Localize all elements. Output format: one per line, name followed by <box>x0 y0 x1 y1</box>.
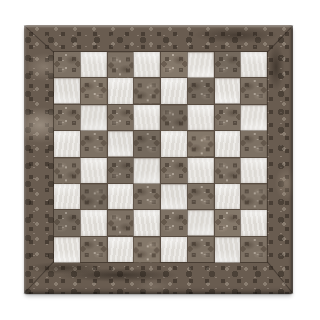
square-e6[interactable] <box>161 105 187 130</box>
square-d7[interactable] <box>134 78 160 103</box>
square-d1[interactable] <box>134 237 160 262</box>
square-b5[interactable] <box>81 131 107 156</box>
square-f6[interactable] <box>188 105 214 130</box>
square-c3[interactable] <box>108 184 134 209</box>
square-g3[interactable] <box>215 184 241 209</box>
square-a6[interactable] <box>54 105 80 130</box>
square-d4[interactable] <box>134 158 160 183</box>
frame-miter-seam-top-right <box>266 25 293 53</box>
square-e5[interactable] <box>161 131 187 156</box>
square-a4[interactable] <box>54 158 80 183</box>
square-e1[interactable] <box>161 237 187 262</box>
square-d3[interactable] <box>134 184 160 209</box>
square-e7[interactable] <box>161 78 187 103</box>
square-h5[interactable] <box>241 131 267 156</box>
square-g7[interactable] <box>215 78 241 103</box>
square-h1[interactable] <box>241 237 267 262</box>
square-c5[interactable] <box>108 131 134 156</box>
square-g4[interactable] <box>215 158 241 183</box>
square-e4[interactable] <box>161 158 187 183</box>
square-b7[interactable] <box>81 78 107 103</box>
square-c1[interactable] <box>108 237 134 262</box>
frame-miter-seam-bottom-right <box>267 261 294 293</box>
product-photo <box>0 0 320 320</box>
square-c8[interactable] <box>108 52 134 77</box>
frame-miter-seam-bottom-left <box>24 261 55 294</box>
square-a1[interactable] <box>54 237 80 262</box>
square-d8[interactable] <box>134 52 160 77</box>
square-e3[interactable] <box>161 184 187 209</box>
square-a2[interactable] <box>54 210 80 235</box>
square-b4[interactable] <box>81 158 107 183</box>
square-h8[interactable] <box>241 52 267 77</box>
square-h6[interactable] <box>241 105 267 130</box>
square-h7[interactable] <box>241 78 267 103</box>
square-g6[interactable] <box>215 105 241 130</box>
square-a5[interactable] <box>54 131 80 156</box>
square-g5[interactable] <box>215 131 241 156</box>
chess-board[interactable] <box>24 25 293 294</box>
square-f4[interactable] <box>188 158 214 183</box>
square-g2[interactable] <box>215 210 241 235</box>
square-g1[interactable] <box>215 237 241 262</box>
board-squares <box>54 52 267 262</box>
square-h4[interactable] <box>241 158 267 183</box>
square-f2[interactable] <box>188 210 214 235</box>
square-c6[interactable] <box>108 105 134 130</box>
square-c7[interactable] <box>108 78 134 103</box>
square-e2[interactable] <box>161 210 187 235</box>
square-f7[interactable] <box>188 78 214 103</box>
square-a3[interactable] <box>54 184 80 209</box>
square-h2[interactable] <box>241 210 267 235</box>
square-b8[interactable] <box>81 52 107 77</box>
square-b6[interactable] <box>81 105 107 130</box>
square-b2[interactable] <box>81 210 107 235</box>
frame-miter-seam-top-left <box>24 25 55 53</box>
square-a8[interactable] <box>54 52 80 77</box>
square-c4[interactable] <box>108 158 134 183</box>
square-d5[interactable] <box>134 131 160 156</box>
square-d6[interactable] <box>134 105 160 130</box>
square-f1[interactable] <box>188 237 214 262</box>
square-a7[interactable] <box>54 78 80 103</box>
square-e8[interactable] <box>161 52 187 77</box>
square-b1[interactable] <box>81 237 107 262</box>
square-b3[interactable] <box>81 184 107 209</box>
square-h3[interactable] <box>241 184 267 209</box>
square-d2[interactable] <box>134 210 160 235</box>
square-c2[interactable] <box>108 210 134 235</box>
square-g8[interactable] <box>215 52 241 77</box>
square-f8[interactable] <box>188 52 214 77</box>
square-f5[interactable] <box>188 131 214 156</box>
square-f3[interactable] <box>188 184 214 209</box>
